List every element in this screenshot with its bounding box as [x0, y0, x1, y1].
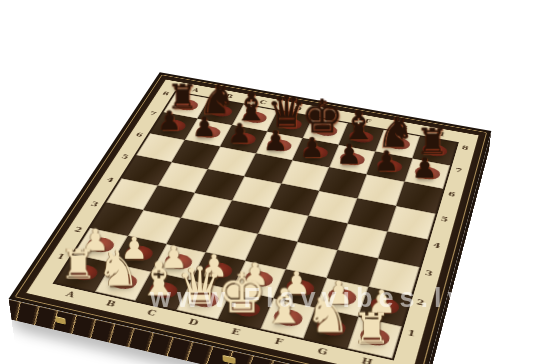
product-photo: ABCDEFGH ABCDEFGH 87654321 87654321 ♜♞♝♛… — [0, 0, 546, 364]
brass-hinge-left-icon — [55, 316, 66, 325]
brass-latch-icon — [223, 355, 236, 364]
watermark: www.Flavvibes.lv — [150, 283, 546, 314]
chess-board: ABCDEFGH ABCDEFGH 87654321 87654321 ♜♞♝♛… — [9, 72, 492, 364]
